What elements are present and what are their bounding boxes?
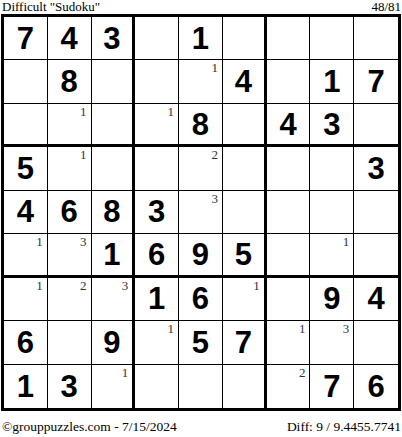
cell-r4c6 — [223, 147, 267, 190]
cell-r2c7 — [267, 60, 311, 103]
cell-r2c5: 1 — [179, 60, 223, 103]
cell-r8c3: 9 — [92, 321, 136, 364]
cell-r6c1: 1 — [4, 234, 48, 277]
cell-r1c2: 4 — [48, 17, 92, 60]
corner-mark: 3 — [80, 234, 87, 249]
cell-r3c5: 8 — [179, 104, 223, 147]
copyright-text: ©grouppuzzles.com - 7/15/2024 — [2, 420, 177, 434]
corner-mark: 3 — [343, 321, 350, 336]
cell-r2c8: 1 — [310, 60, 354, 103]
given-digit: 7 — [235, 327, 252, 358]
cell-r5c5: 3 — [179, 191, 223, 234]
corner-mark: 1 — [343, 234, 350, 249]
cell-r6c5: 9 — [179, 234, 223, 277]
cell-r5c2: 6 — [48, 191, 92, 234]
cell-r5c4: 3 — [135, 191, 179, 234]
cell-r7c4: 1 — [135, 278, 179, 321]
corner-mark: 2 — [211, 147, 218, 162]
cell-r4c8 — [310, 147, 354, 190]
cell-r8c4: 1 — [135, 321, 179, 364]
corner-mark: 3 — [122, 278, 129, 293]
cell-r3c9 — [354, 104, 398, 147]
given-digit: 4 — [235, 66, 252, 97]
cell-r2c4 — [135, 60, 179, 103]
corner-mark: 1 — [80, 147, 87, 162]
cell-r7c8: 9 — [310, 278, 354, 321]
cell-r3c2: 1 — [48, 104, 92, 147]
cell-r7c6: 1 — [223, 278, 267, 321]
given-digit: 6 — [148, 239, 165, 270]
given-digit: 7 — [17, 23, 34, 54]
given-digit: 4 — [279, 109, 296, 140]
given-digit: 7 — [323, 371, 340, 402]
given-digit: 1 — [148, 283, 165, 314]
corner-mark: 2 — [80, 278, 87, 293]
given-digit: 3 — [323, 109, 340, 140]
corner-mark: 1 — [211, 60, 218, 75]
cell-r7c3: 3 — [92, 278, 136, 321]
given-digit: 1 — [323, 66, 340, 97]
cell-r1c3: 3 — [92, 17, 136, 60]
cell-r5c7 — [267, 191, 311, 234]
cell-r9c8: 7 — [310, 365, 354, 408]
corner-mark: 2 — [299, 365, 306, 380]
corner-mark: 1 — [299, 321, 306, 336]
cell-r4c2: 1 — [48, 147, 92, 190]
cell-r6c8: 1 — [310, 234, 354, 277]
cell-r4c3 — [92, 147, 136, 190]
cell-r4c1: 5 — [4, 147, 48, 190]
cell-r8c7: 1 — [267, 321, 311, 364]
cell-r8c2 — [48, 321, 92, 364]
cell-r8c5: 5 — [179, 321, 223, 364]
given-digit: 6 — [367, 371, 384, 402]
cell-r9c5 — [179, 365, 223, 408]
given-digit: 1 — [103, 239, 120, 270]
cell-r5c9 — [354, 191, 398, 234]
corner-mark: 1 — [168, 321, 175, 336]
corner-mark: 3 — [211, 191, 218, 206]
given-digit: 5 — [17, 153, 34, 184]
cell-r2c6: 4 — [223, 60, 267, 103]
given-digit: 3 — [103, 23, 120, 54]
given-digit: 4 — [61, 23, 78, 54]
given-digit: 9 — [323, 283, 340, 314]
cell-r7c2: 2 — [48, 278, 92, 321]
sudoku-grid: 7431814171184351234683313169511231619469… — [1, 14, 401, 411]
given-digit: 8 — [61, 66, 78, 97]
cell-r7c5: 6 — [179, 278, 223, 321]
cell-r2c3 — [92, 60, 136, 103]
cell-r6c3: 1 — [92, 234, 136, 277]
header: Difficult "Sudoku" 48/81 — [2, 0, 401, 14]
cell-r9c3: 1 — [92, 365, 136, 408]
given-digit: 9 — [103, 327, 120, 358]
cell-r9c2: 3 — [48, 365, 92, 408]
corner-mark: 1 — [253, 278, 260, 293]
footer: ©grouppuzzles.com - 7/15/2024 Diff: 9 / … — [2, 419, 401, 434]
cell-r3c8: 3 — [310, 104, 354, 147]
given-digit: 3 — [61, 371, 78, 402]
given-digit: 3 — [148, 196, 165, 227]
given-digit: 3 — [367, 153, 384, 184]
cell-r3c6 — [223, 104, 267, 147]
progress-counter: 48/81 — [371, 0, 401, 13]
cell-r2c2: 8 — [48, 60, 92, 103]
cell-r2c1 — [4, 60, 48, 103]
given-digit: 6 — [17, 327, 34, 358]
cell-r6c6: 5 — [223, 234, 267, 277]
cell-r3c1 — [4, 104, 48, 147]
cell-r5c1: 4 — [4, 191, 48, 234]
cell-r4c4 — [135, 147, 179, 190]
difficulty-text: Diff: 9 / 9.4455.7741 — [287, 420, 401, 434]
cell-r5c3: 8 — [92, 191, 136, 234]
cell-r4c7 — [267, 147, 311, 190]
corner-mark: 1 — [80, 104, 87, 119]
cell-r4c9: 3 — [354, 147, 398, 190]
cell-r1c5: 1 — [179, 17, 223, 60]
cell-r2c9: 7 — [354, 60, 398, 103]
cell-r6c4: 6 — [135, 234, 179, 277]
cell-r1c8 — [310, 17, 354, 60]
cell-r9c6 — [223, 365, 267, 408]
corner-mark: 1 — [168, 104, 175, 119]
cell-r1c1: 7 — [4, 17, 48, 60]
cell-r3c3 — [92, 104, 136, 147]
corner-mark: 1 — [122, 365, 129, 380]
given-digit: 4 — [367, 283, 384, 314]
given-digit: 1 — [17, 371, 34, 402]
given-digit: 9 — [192, 239, 209, 270]
cell-r7c1: 1 — [4, 278, 48, 321]
cell-r6c7 — [267, 234, 311, 277]
cell-r8c1: 6 — [4, 321, 48, 364]
cell-r4c5: 2 — [179, 147, 223, 190]
cell-r8c6: 7 — [223, 321, 267, 364]
cell-r1c6 — [223, 17, 267, 60]
cell-r1c4 — [135, 17, 179, 60]
cell-r5c8 — [310, 191, 354, 234]
given-digit: 8 — [192, 109, 209, 140]
given-digit: 7 — [367, 66, 384, 97]
given-digit: 1 — [192, 23, 209, 54]
cell-r9c4 — [135, 365, 179, 408]
cell-r6c9 — [354, 234, 398, 277]
given-digit: 5 — [235, 239, 252, 270]
cell-r1c7 — [267, 17, 311, 60]
given-digit: 6 — [192, 283, 209, 314]
cell-r8c8: 3 — [310, 321, 354, 364]
puzzle-title: Difficult "Sudoku" — [2, 0, 100, 13]
cell-r9c9: 6 — [354, 365, 398, 408]
given-digit: 4 — [17, 196, 34, 227]
cell-r9c1: 1 — [4, 365, 48, 408]
given-digit: 5 — [192, 327, 209, 358]
cell-r7c9: 4 — [354, 278, 398, 321]
cell-r8c9 — [354, 321, 398, 364]
given-digit: 6 — [61, 196, 78, 227]
cell-r6c2: 3 — [48, 234, 92, 277]
given-digit: 8 — [103, 196, 120, 227]
corner-mark: 1 — [36, 234, 43, 249]
cell-r3c7: 4 — [267, 104, 311, 147]
corner-mark: 1 — [36, 278, 43, 293]
cell-r9c7: 2 — [267, 365, 311, 408]
cell-r1c9 — [354, 17, 398, 60]
cell-r7c7 — [267, 278, 311, 321]
cell-r5c6 — [223, 191, 267, 234]
cell-r3c4: 1 — [135, 104, 179, 147]
